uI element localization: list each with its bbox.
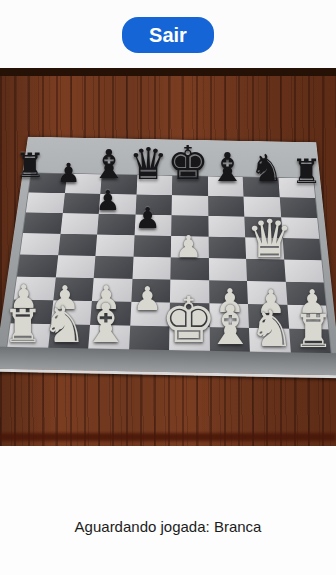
board-square-d4[interactable]	[132, 257, 171, 280]
piece-white-bishop[interactable]: ♝	[206, 299, 255, 353]
top-bar: Sair	[0, 0, 336, 68]
piece-white-rook[interactable]: ♜	[2, 304, 43, 349]
piece-black-pawn[interactable]: ♟	[57, 160, 81, 186]
board-square-d5[interactable]	[133, 235, 171, 257]
board-shadow	[0, 433, 336, 441]
board-square-f7[interactable]	[208, 196, 245, 217]
chess-app-screen: Sair ♜♝♛♚♝♞♜♟♟♟♟♛♟♟♟♟♟♟♟♜♞♝♚♝♞♜ Aguardan…	[0, 0, 336, 575]
status-bar: Aguardando jogada: Branca	[0, 446, 336, 575]
piece-white-knight[interactable]: ♞	[249, 304, 294, 354]
board-square-f6[interactable]	[208, 216, 245, 237]
piece-black-queen[interactable]: ♛	[129, 142, 168, 186]
piece-black-rook[interactable]: ♜	[15, 149, 45, 182]
piece-black-king[interactable]: ♚	[167, 140, 209, 187]
piece-white-pawn[interactable]: ♟	[133, 283, 162, 316]
table-scene: ♜♝♛♚♝♞♜♟♟♟♟♛♟♟♟♟♟♟♟♜♞♝♚♝♞♜	[0, 68, 336, 446]
board-square-c4[interactable]	[94, 256, 133, 279]
piece-white-knight[interactable]: ♞	[42, 300, 87, 350]
exit-button[interactable]: Sair	[122, 17, 214, 53]
piece-black-pawn[interactable]: ♟	[96, 187, 121, 215]
status-text: Aguardando jogada: Branca	[0, 446, 336, 535]
piece-white-rook[interactable]: ♜	[293, 309, 334, 354]
piece-white-queen[interactable]: ♛	[246, 213, 293, 266]
board-square-c5[interactable]	[95, 235, 134, 257]
board-square-a4[interactable]	[17, 254, 58, 277]
wood-edge-shadow	[0, 68, 336, 76]
piece-black-bishop[interactable]: ♝	[91, 144, 127, 184]
board-square-f5[interactable]	[208, 237, 246, 259]
piece-black-bishop[interactable]: ♝	[209, 147, 245, 187]
piece-black-pawn[interactable]: ♟	[135, 204, 161, 233]
board-square-b5[interactable]	[58, 234, 97, 256]
board-square-a5[interactable]	[20, 233, 60, 255]
piece-white-pawn[interactable]: ♟	[175, 232, 202, 262]
board-square-a6[interactable]	[23, 212, 62, 233]
board-square-f4[interactable]	[208, 258, 247, 281]
piece-black-rook[interactable]: ♜	[291, 155, 321, 188]
board-square-b4[interactable]	[55, 255, 95, 278]
piece-black-knight[interactable]: ♞	[250, 150, 283, 187]
piece-white-bishop[interactable]: ♝	[81, 297, 130, 351]
board-square-e7[interactable]	[172, 195, 208, 216]
board-square-a7[interactable]	[26, 192, 65, 213]
board-square-b6[interactable]	[60, 213, 99, 234]
